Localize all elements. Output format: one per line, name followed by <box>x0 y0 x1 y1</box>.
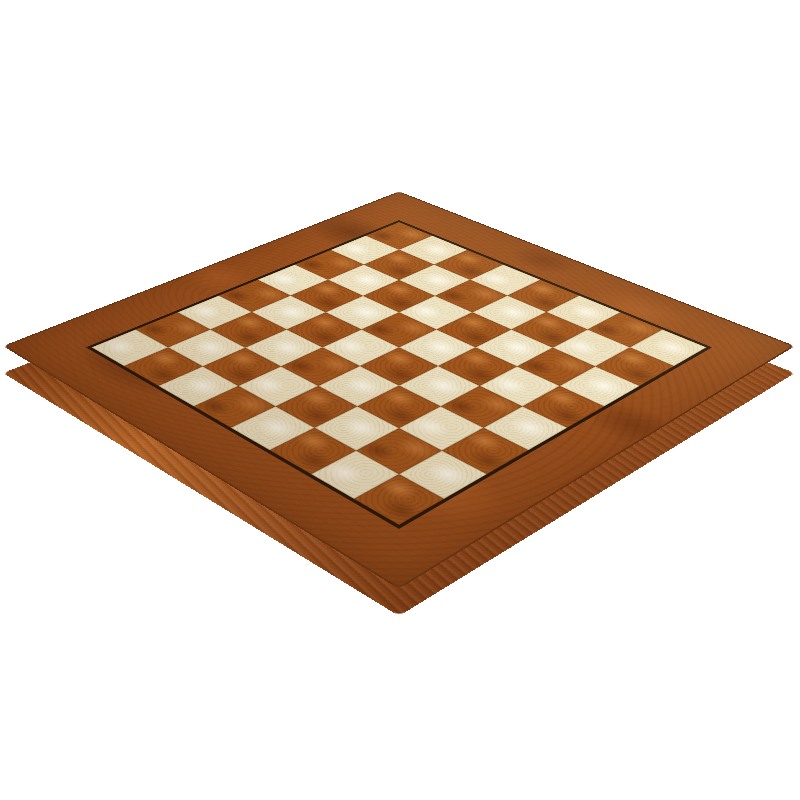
chessboard <box>3 191 795 589</box>
product-photo-background: { "game": "chess", "description": "Empty… <box>0 0 800 800</box>
chessboard-photo <box>119 66 679 626</box>
board-playing-area <box>86 220 712 529</box>
